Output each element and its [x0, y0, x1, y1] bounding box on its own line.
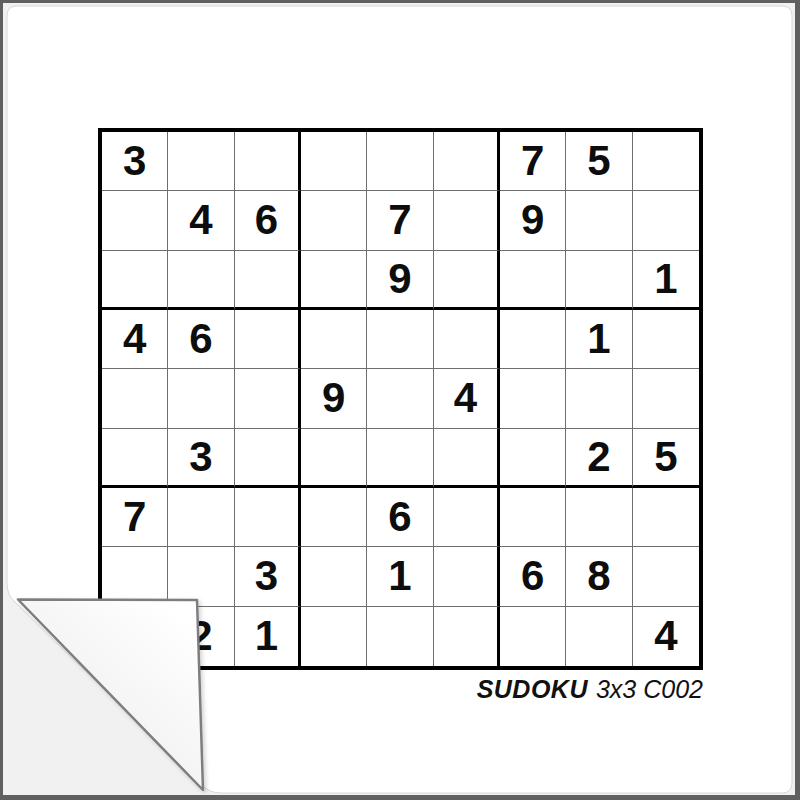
cell-r7c7[interactable]	[500, 488, 566, 547]
cell-r5c5[interactable]	[367, 369, 433, 428]
cell-r3c5[interactable]: 9	[367, 251, 433, 310]
cell-r9c2[interactable]: 2	[168, 607, 234, 666]
cell-r6c5[interactable]	[367, 429, 433, 488]
cell-r4c9[interactable]	[633, 310, 699, 369]
cell-r8c3[interactable]: 3	[235, 547, 301, 606]
cell-r7c8[interactable]	[566, 488, 632, 547]
cell-r6c1[interactable]	[102, 429, 168, 488]
cell-r7c1[interactable]: 7	[102, 488, 168, 547]
cell-r8c6[interactable]	[434, 547, 500, 606]
cell-r9c8[interactable]	[566, 607, 632, 666]
cell-r5c2[interactable]	[168, 369, 234, 428]
cell-r1c3[interactable]	[235, 132, 301, 191]
cell-r4c1[interactable]: 4	[102, 310, 168, 369]
cell-r3c2[interactable]	[168, 251, 234, 310]
cell-r5c4[interactable]: 9	[301, 369, 367, 428]
cell-r6c6[interactable]	[434, 429, 500, 488]
cell-r1c7[interactable]: 7	[500, 132, 566, 191]
cell-r8c5[interactable]: 1	[367, 547, 433, 606]
caption-brand: SUDOKU	[477, 675, 588, 703]
cell-r4c5[interactable]	[367, 310, 433, 369]
cell-r4c7[interactable]	[500, 310, 566, 369]
cell-r1c4[interactable]	[301, 132, 367, 191]
cell-r7c9[interactable]	[633, 488, 699, 547]
cell-r8c7[interactable]: 6	[500, 547, 566, 606]
cell-r3c8[interactable]	[566, 251, 632, 310]
cell-r5c7[interactable]	[500, 369, 566, 428]
puzzle-caption: SUDOKU3x3 C002	[477, 676, 703, 704]
cell-r1c8[interactable]: 5	[566, 132, 632, 191]
cell-r4c8[interactable]: 1	[566, 310, 632, 369]
cell-r2c4[interactable]	[301, 191, 367, 250]
cell-r3c1[interactable]	[102, 251, 168, 310]
cell-r2c7[interactable]: 9	[500, 191, 566, 250]
cell-r9c5[interactable]	[367, 607, 433, 666]
cell-r8c4[interactable]	[301, 547, 367, 606]
cell-r4c2[interactable]: 6	[168, 310, 234, 369]
sudoku-grid: 37546799146194325763168214	[98, 128, 703, 670]
cell-r4c3[interactable]	[235, 310, 301, 369]
cell-r3c7[interactable]	[500, 251, 566, 310]
cell-r2c1[interactable]	[102, 191, 168, 250]
cell-r8c1[interactable]	[102, 547, 168, 606]
cell-r9c3[interactable]: 1	[235, 607, 301, 666]
cell-r9c7[interactable]	[500, 607, 566, 666]
cell-r6c7[interactable]	[500, 429, 566, 488]
cell-r1c9[interactable]	[633, 132, 699, 191]
cell-r1c1[interactable]: 3	[102, 132, 168, 191]
cell-r9c1[interactable]	[102, 607, 168, 666]
cell-r6c3[interactable]	[235, 429, 301, 488]
cell-r1c2[interactable]	[168, 132, 234, 191]
cell-r2c9[interactable]	[633, 191, 699, 250]
cell-r2c3[interactable]: 6	[235, 191, 301, 250]
cell-r9c6[interactable]	[434, 607, 500, 666]
cell-r7c3[interactable]	[235, 488, 301, 547]
cell-r7c5[interactable]: 6	[367, 488, 433, 547]
cell-r1c5[interactable]	[367, 132, 433, 191]
cell-r8c2[interactable]	[168, 547, 234, 606]
framed-page-thumbnail: 37546799146194325763168214 SUDOKU3x3 C00…	[0, 0, 800, 800]
cell-r5c1[interactable]	[102, 369, 168, 428]
cell-r5c8[interactable]	[566, 369, 632, 428]
cell-r1c6[interactable]	[434, 132, 500, 191]
cell-r3c6[interactable]	[434, 251, 500, 310]
cell-r2c5[interactable]: 7	[367, 191, 433, 250]
cell-r9c9[interactable]: 4	[633, 607, 699, 666]
cell-r2c8[interactable]	[566, 191, 632, 250]
caption-info: 3x3 C002	[596, 675, 703, 703]
cell-r6c2[interactable]: 3	[168, 429, 234, 488]
cell-r5c6[interactable]: 4	[434, 369, 500, 428]
cell-r5c9[interactable]	[633, 369, 699, 428]
cell-r4c4[interactable]	[301, 310, 367, 369]
cell-r2c6[interactable]	[434, 191, 500, 250]
cell-r8c8[interactable]: 8	[566, 547, 632, 606]
cell-r9c4[interactable]	[301, 607, 367, 666]
cell-r7c4[interactable]	[301, 488, 367, 547]
cell-r2c2[interactable]: 4	[168, 191, 234, 250]
cell-r3c9[interactable]: 1	[633, 251, 699, 310]
cell-r3c4[interactable]	[301, 251, 367, 310]
cell-r6c8[interactable]: 2	[566, 429, 632, 488]
cell-r6c9[interactable]: 5	[633, 429, 699, 488]
cell-r8c9[interactable]	[633, 547, 699, 606]
cell-r5c3[interactable]	[235, 369, 301, 428]
cell-r7c2[interactable]	[168, 488, 234, 547]
cell-r4c6[interactable]	[434, 310, 500, 369]
cell-r6c4[interactable]	[301, 429, 367, 488]
cell-r7c6[interactable]	[434, 488, 500, 547]
cell-r3c3[interactable]	[235, 251, 301, 310]
